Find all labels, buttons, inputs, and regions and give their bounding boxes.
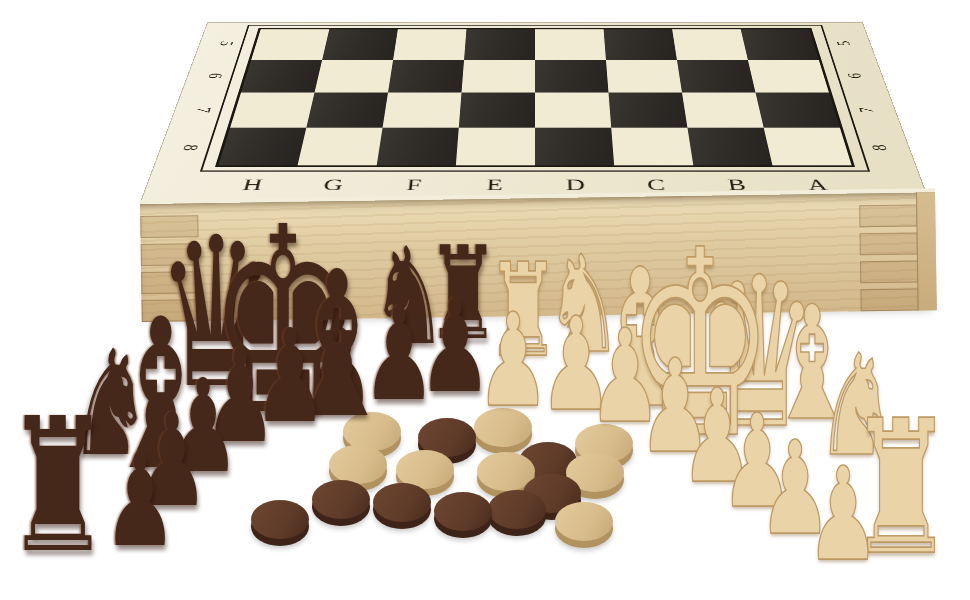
pieces-layer: ♜♞♝♛♚♝♞♜♟♟♟♟♟♟♟♟♜♞♝♚♛♝♞♜♟♟♟♟♟♟♟♟ — [0, 0, 970, 600]
light-pawn-piece: ♟ — [806, 450, 880, 579]
dark-rook-piece: ♜ — [5, 394, 112, 579]
product-scene: HGFEDCBA 5678 5678 ♜♞♝♛♚♝♞♜♟♟♟♟♟♟♟♟♜♞♝♚♛… — [0, 0, 970, 600]
dark-pawn-piece: ♟ — [103, 436, 177, 565]
